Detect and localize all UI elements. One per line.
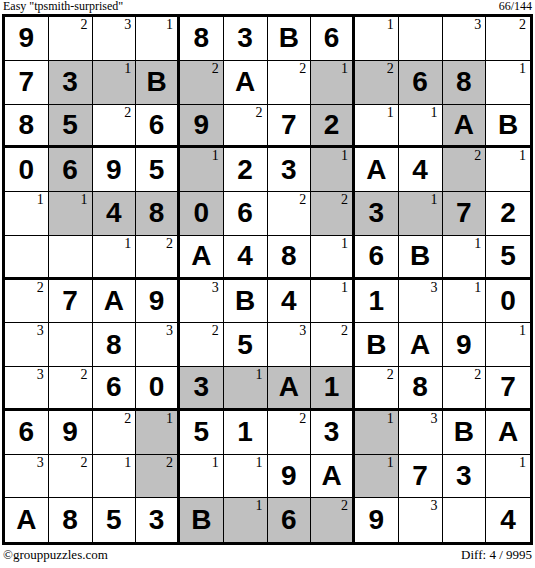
cell-r2c8[interactable]: 1 [311,61,355,105]
cell-r8c11[interactable]: 9 [443,323,487,367]
cell-r1c8[interactable]: 6 [311,17,355,61]
cell-r8c1[interactable]: 3 [5,323,49,367]
cell-r12c9[interactable]: 9 [355,498,399,542]
cell-corner-number: 3 [37,368,44,382]
cell-corner-number: 2 [341,324,348,338]
cell-value: 9 [194,111,210,139]
cell-r8c5[interactable]: 2 [180,323,224,367]
cell-value: 6 [369,242,385,270]
copyright-text: ©grouppuzzles.com [3,548,108,562]
cell-corner-number: 1 [387,456,394,470]
cell-r5c2[interactable]: 1 [49,192,93,236]
header: Easy "tpsmith-surprised" 66/144 [3,0,532,13]
cell-value: 6 [62,156,78,184]
cell-r11c7[interactable]: 9 [268,455,312,499]
cell-r4c2[interactable]: 6 [49,148,93,192]
footer: ©grouppuzzles.com Diff: 4 / 9995 [3,548,532,562]
cell-r10c6[interactable]: 1 [224,411,268,455]
cell-value: 5 [237,331,253,359]
cell-r3c11[interactable]: A [443,105,487,149]
cell-r10c11[interactable]: B [443,411,487,455]
cell-value: 0 [149,373,165,401]
cell-r5c10[interactable]: 1 [399,192,443,236]
cell-value: A [279,373,299,401]
cell-value: 9 [456,331,472,359]
cell-r7c7[interactable]: 4 [268,280,312,324]
cell-r2c4[interactable]: B [136,61,180,105]
cell-corner-number: 1 [37,193,44,207]
cell-r1c7[interactable]: B [268,17,312,61]
cell-value: 9 [106,156,122,184]
cell-value: 2 [500,199,516,227]
cell-value: 3 [237,24,253,52]
cell-r7c6[interactable]: B [224,280,268,324]
cell-r2c9[interactable]: 2 [355,61,399,105]
cell-r6c6[interactable]: 4 [224,236,268,280]
cell-r7c10[interactable]: 3 [399,280,443,324]
cell-corner-number: 2 [81,368,88,382]
cell-r9c9[interactable]: 2 [355,367,399,411]
cell-r11c11[interactable]: 3 [443,455,487,499]
cell-r11c9[interactable]: 1 [355,455,399,499]
cell-corner-number: 1 [212,456,219,470]
cell-r9c3[interactable]: 6 [93,367,137,411]
cell-corner-number: 2 [299,62,306,76]
cell-r1c2[interactable]: 2 [49,17,93,61]
cell-value: B [191,506,211,534]
cell-r3c3[interactable]: 2 [93,105,137,149]
cell-value: 6 [106,373,122,401]
cell-corner-number: 1 [124,456,131,470]
cell-value: 7 [412,462,428,490]
cell-r3c9[interactable]: 1 [355,105,399,149]
cell-r7c11[interactable]: 1 [443,280,487,324]
cell-r12c6[interactable]: 1 [224,498,268,542]
cell-corner-number: 1 [256,499,263,513]
cell-r5c3[interactable]: 4 [93,192,137,236]
cell-corner-number: 1 [166,18,173,32]
cell-corner-number: 3 [37,456,44,470]
cell-corner-number: 2 [474,368,481,382]
cell-r12c4[interactable]: 3 [136,498,180,542]
cell-value: 5 [194,418,210,446]
cell-value: B [235,287,255,315]
cell-corner-number: 1 [81,193,88,207]
cell-corner-number: 1 [387,412,394,426]
cell-corner-number: 3 [431,281,438,295]
cell-corner-number: 3 [299,324,306,338]
cell-r1c5[interactable]: 8 [180,17,224,61]
cell-corner-number: 3 [124,18,131,32]
cell-value: 3 [62,68,78,96]
cell-value: 1 [369,287,385,315]
cell-value: 4 [237,242,253,270]
cell-value: 2 [237,156,253,184]
cell-value: A [104,287,124,315]
cell-r6c1[interactable] [5,236,49,280]
cell-value: A [191,242,211,270]
cell-r6c3[interactable]: 1 [93,236,137,280]
cell-corner-number: 3 [212,281,219,295]
cell-r8c8[interactable]: 2 [311,323,355,367]
cell-r10c4[interactable]: 1 [136,411,180,455]
cell-corner-number: 2 [299,412,306,426]
cell-value: A [410,331,430,359]
cell-r11c8[interactable]: A [311,455,355,499]
cell-r6c5[interactable]: A [180,236,224,280]
cell-value: 4 [281,287,297,315]
sudoku-grid: 923183B6132731B2A2126818526927211AB06951… [2,14,533,545]
cell-value: 0 [19,156,35,184]
cell-corner-number: 1 [474,281,481,295]
cell-value: 8 [281,242,297,270]
cell-value: A [16,506,36,534]
cell-r4c7[interactable]: 3 [268,148,312,192]
cell-value: 8 [62,506,78,534]
cell-r11c5[interactable]: 1 [180,455,224,499]
cell-value: A [498,418,518,446]
cell-value: 2 [324,111,340,139]
cell-r7c5[interactable]: 3 [180,280,224,324]
cell-r3c1[interactable]: 8 [5,105,49,149]
cell-corner-number: 1 [474,237,481,251]
cell-r11c6[interactable]: 1 [224,455,268,499]
cell-r12c11[interactable] [443,498,487,542]
cell-corner-number: 1 [519,456,526,470]
cell-r4c4[interactable]: 5 [136,148,180,192]
puzzle-title: Easy "tpsmith-surprised" [3,0,123,13]
cell-value: 3 [149,506,165,534]
cell-r2c3[interactable]: 1 [93,61,137,105]
cell-corner-number: 2 [387,62,394,76]
cell-r6c7[interactable]: 8 [268,236,312,280]
cell-r2c6[interactable]: A [224,61,268,105]
cell-value: 3 [456,462,472,490]
cell-r9c10[interactable]: 8 [399,367,443,411]
cell-r2c2[interactable]: 3 [49,61,93,105]
cell-corner-number: 2 [212,324,219,338]
cell-r2c10[interactable]: 6 [399,61,443,105]
cell-r12c5[interactable]: B [180,498,224,542]
cell-r7c9[interactable]: 1 [355,280,399,324]
cell-r6c10[interactable]: B [399,236,443,280]
difficulty-label: Diff: 4 / 9995 [461,548,532,562]
cell-r1c4[interactable]: 1 [136,17,180,61]
cell-r9c8[interactable]: 1 [311,367,355,411]
cell-r7c2[interactable]: 7 [49,280,93,324]
cell-corner-number: 2 [81,18,88,32]
cell-value: 3 [324,418,340,446]
cell-r6c8[interactable]: 1 [311,236,355,280]
cell-r6c11[interactable]: 1 [443,236,487,280]
cell-value: 9 [369,506,385,534]
cell-value: A [366,156,386,184]
cell-corner-number: 1 [387,18,394,32]
cell-value: 4 [500,506,516,534]
cell-r9c11[interactable]: 2 [443,367,487,411]
cell-value: B [147,68,167,96]
cell-value: 8 [149,199,165,227]
cell-value: 6 [412,68,428,96]
cell-r3c8[interactable]: 2 [311,105,355,149]
cell-r3c2[interactable]: 5 [49,105,93,149]
cell-r8c10[interactable]: A [399,323,443,367]
cell-value: 8 [194,24,210,52]
cell-corner-number: 2 [341,499,348,513]
cell-corner-number: 1 [341,237,348,251]
cell-r1c1[interactable]: 9 [5,17,49,61]
cell-r12c1[interactable]: A [5,498,49,542]
cell-r7c3[interactable]: A [93,280,137,324]
cell-r11c12[interactable]: 1 [486,455,530,499]
cell-r2c1[interactable]: 7 [5,61,49,105]
cell-value: A [322,462,342,490]
cell-value: 8 [412,373,428,401]
cell-r5c4[interactable]: 8 [136,192,180,236]
cell-value: 1 [324,373,340,401]
cell-r1c3[interactable]: 3 [93,17,137,61]
cell-r6c2[interactable] [49,236,93,280]
cell-value: 0 [194,199,210,227]
cell-corner-number: 1 [519,149,526,163]
cell-corner-number: 1 [431,193,438,207]
cell-value: B [279,24,299,52]
cell-r10c5[interactable]: 5 [180,411,224,455]
cell-value: B [454,418,474,446]
cell-r12c3[interactable]: 5 [93,498,137,542]
cell-value: 9 [281,462,297,490]
cell-r8c12[interactable]: 1 [486,323,530,367]
cell-r3c7[interactable]: 7 [268,105,312,149]
cell-r10c2[interactable]: 9 [49,411,93,455]
cell-r4c1[interactable]: 0 [5,148,49,192]
cell-r5c8[interactable]: 2 [311,192,355,236]
cell-r9c4[interactable]: 0 [136,367,180,411]
cell-value: 7 [281,111,297,139]
cell-value: 5 [149,156,165,184]
cell-value: 3 [194,373,210,401]
cell-r10c1[interactable]: 6 [5,411,49,455]
cell-value: 6 [19,418,35,446]
cell-r9c12[interactable]: 7 [486,367,530,411]
cell-value: 1 [237,418,253,446]
cell-r11c1[interactable]: 3 [5,455,49,499]
cell-corner-number: 2 [37,281,44,295]
cell-r5c1[interactable]: 1 [5,192,49,236]
cell-value: A [454,111,474,139]
cell-r7c8[interactable]: 1 [311,280,355,324]
cell-value: 5 [62,111,78,139]
cell-r5c11[interactable]: 7 [443,192,487,236]
cell-r2c11[interactable]: 8 [443,61,487,105]
cell-corner-number: 2 [387,368,394,382]
cell-value: 8 [19,111,35,139]
cell-value: 5 [500,242,516,270]
cell-value: 4 [106,199,122,227]
cell-r12c10[interactable]: 3 [399,498,443,542]
cell-r8c7[interactable]: 3 [268,323,312,367]
cell-r12c7[interactable]: 6 [268,498,312,542]
cell-r4c5[interactable]: 1 [180,148,224,192]
cell-r5c6[interactable]: 6 [224,192,268,236]
cell-r11c4[interactable]: 2 [136,455,180,499]
cell-r8c3[interactable]: 8 [93,323,137,367]
cell-corner-number: 2 [212,62,219,76]
cell-corner-number: 1 [256,368,263,382]
cell-corner-number: 1 [341,281,348,295]
cell-corner-number: 2 [519,18,526,32]
cell-corner-number: 1 [341,62,348,76]
cell-r8c6[interactable]: 5 [224,323,268,367]
cell-corner-number: 1 [212,149,219,163]
cell-r7c4[interactable]: 9 [136,280,180,324]
cell-r9c6[interactable]: 1 [224,367,268,411]
cell-r5c9[interactable]: 3 [355,192,399,236]
cell-corner-number: 2 [166,237,173,251]
cell-r1c11[interactable]: 3 [443,17,487,61]
cell-r8c9[interactable]: B [355,323,399,367]
cell-value: B [410,242,430,270]
cell-value: 7 [456,199,472,227]
cell-r12c2[interactable]: 8 [49,498,93,542]
cell-r2c7[interactable]: 2 [268,61,312,105]
cell-r10c8[interactable]: 3 [311,411,355,455]
cell-r5c12[interactable]: 2 [486,192,530,236]
cell-value: 9 [62,418,78,446]
cell-r6c12[interactable]: 5 [486,236,530,280]
cell-corner-number: 3 [166,324,173,338]
cell-corner-number: 3 [431,499,438,513]
cell-r4c11[interactable]: 2 [443,148,487,192]
cell-value: 6 [281,506,297,534]
cell-r10c7[interactable]: 2 [268,411,312,455]
cell-r3c6[interactable]: 2 [224,105,268,149]
cell-r4c6[interactable]: 2 [224,148,268,192]
cell-r8c4[interactable]: 3 [136,323,180,367]
cell-r11c2[interactable]: 2 [49,455,93,499]
cell-corner-number: 2 [474,149,481,163]
cell-corner-number: 1 [124,237,131,251]
cell-r2c5[interactable]: 2 [180,61,224,105]
cell-r10c10[interactable]: 3 [399,411,443,455]
cell-r12c8[interactable]: 2 [311,498,355,542]
cell-r9c7[interactable]: A [268,367,312,411]
cell-value: 6 [149,111,165,139]
cell-value: 8 [456,68,472,96]
cell-r3c12[interactable]: B [486,105,530,149]
cell-r10c12[interactable]: A [486,411,530,455]
cell-corner-number: 3 [37,324,44,338]
cell-r7c12[interactable]: 0 [486,280,530,324]
cell-corner-number: 3 [474,18,481,32]
cell-value: 3 [369,199,385,227]
cell-r9c1[interactable]: 3 [5,367,49,411]
cell-corner-number: 2 [166,456,173,470]
cell-value: 3 [281,156,297,184]
cell-r4c9[interactable]: A [355,148,399,192]
cell-r1c10[interactable] [399,17,443,61]
cell-r11c3[interactable]: 1 [93,455,137,499]
cell-r4c8[interactable]: 1 [311,148,355,192]
cell-corner-number: 2 [256,106,263,120]
cell-value: 4 [412,156,428,184]
cell-corner-number: 2 [124,106,131,120]
cell-corner-number: 1 [166,412,173,426]
cell-corner-number: 1 [519,324,526,338]
cell-r8c2[interactable] [49,323,93,367]
cell-value: 0 [500,287,516,315]
cell-r1c12[interactable]: 2 [486,17,530,61]
cell-r2c12[interactable]: 1 [486,61,530,105]
cell-corner-number: 1 [519,62,526,76]
cell-r1c9[interactable]: 1 [355,17,399,61]
cell-r12c12[interactable]: 4 [486,498,530,542]
cell-corner-number: 1 [341,149,348,163]
cell-value: 5 [106,506,122,534]
cell-corner-number: 2 [124,412,131,426]
cell-value: 9 [149,287,165,315]
cell-corner-number: 3 [431,412,438,426]
cell-corner-number: 1 [387,106,394,120]
cell-value: 9 [19,24,35,52]
cell-value: 7 [500,373,516,401]
cell-r10c3[interactable]: 2 [93,411,137,455]
cell-r3c5[interactable]: 9 [180,105,224,149]
cell-corner-number: 2 [341,193,348,207]
cell-r4c12[interactable]: 1 [486,148,530,192]
cell-value: B [498,111,518,139]
puzzle-counter: 66/144 [499,0,532,13]
cell-r7c1[interactable]: 2 [5,280,49,324]
cell-r1c6[interactable]: 3 [224,17,268,61]
cell-r4c3[interactable]: 9 [93,148,137,192]
cell-value: 8 [106,331,122,359]
cell-corner-number: 2 [299,193,306,207]
cell-value: A [235,68,255,96]
cell-value: B [366,331,386,359]
cell-r3c10[interactable]: 1 [399,105,443,149]
cell-corner-number: 2 [81,456,88,470]
cell-r10c9[interactable]: 1 [355,411,399,455]
cell-r6c4[interactable]: 2 [136,236,180,280]
cell-r11c10[interactable]: 7 [399,455,443,499]
cell-corner-number: 1 [124,62,131,76]
cell-r3c4[interactable]: 6 [136,105,180,149]
cell-value: 7 [62,287,78,315]
cell-corner-number: 1 [431,106,438,120]
cell-r9c2[interactable]: 2 [49,367,93,411]
cell-r9c5[interactable]: 3 [180,367,224,411]
cell-r6c9[interactable]: 6 [355,236,399,280]
cell-r5c5[interactable]: 0 [180,192,224,236]
cell-r5c7[interactable]: 2 [268,192,312,236]
cell-value: 7 [19,68,35,96]
cell-corner-number: 1 [256,456,263,470]
cell-value: 6 [237,199,253,227]
cell-r4c10[interactable]: 4 [399,148,443,192]
cell-value: 6 [324,24,340,52]
